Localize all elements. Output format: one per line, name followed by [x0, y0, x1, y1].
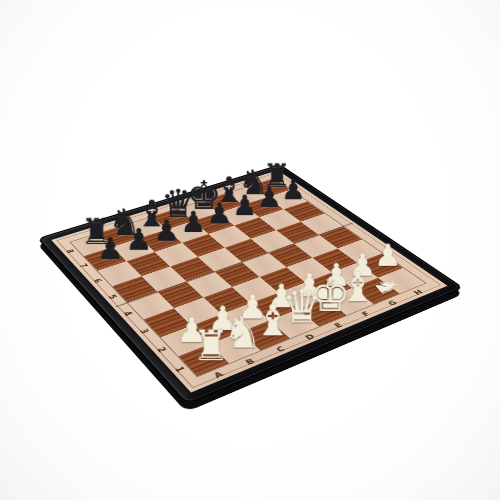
- piece-black-pawn-a7: ♟: [88, 234, 132, 264]
- rank-label-8: 8: [53, 244, 88, 259]
- board-border: ♜♞♝♛♚♝♞♜♟♟♟♟♟♟♟♟♟♟♟♟♟♟♟♟♜♞♝♛♚♝♞ ABCDEFGH…: [51, 170, 447, 392]
- chess-board: ♜♞♝♛♚♝♞♜♟♟♟♟♟♟♟♟♟♟♟♟♟♟♟♟♜♞♝♛♚♝♞ ABCDEFGH…: [37, 164, 464, 405]
- product-photo-canvas: ♜♞♝♛♚♝♞♜♟♟♟♟♟♟♟♟♟♟♟♟♟♟♟♟♜♞♝♛♚♝♞ ABCDEFGH…: [0, 0, 500, 500]
- board-frame: ♜♞♝♛♚♝♞♜♟♟♟♟♟♟♟♟♟♟♟♟♟♟♟♟♜♞♝♛♚♝♞ ABCDEFGH…: [37, 164, 464, 405]
- piece-white-rook-a1: ♜: [185, 325, 237, 367]
